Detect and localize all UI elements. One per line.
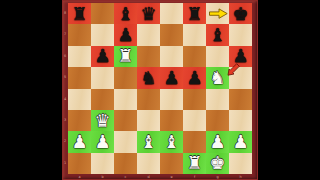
square-h4[interactable] (229, 89, 252, 110)
square-g6[interactable] (206, 46, 229, 67)
square-h2[interactable]: ♟ (229, 131, 252, 152)
piece-black-pawn[interactable]: ♟ (232, 47, 248, 65)
piece-white-king[interactable]: ♚ (209, 154, 225, 172)
square-h5[interactable] (229, 67, 252, 88)
piece-black-rook[interactable]: ♜ (71, 4, 87, 22)
square-e6[interactable] (160, 46, 183, 67)
piece-white-queen[interactable]: ♛ (94, 111, 110, 129)
square-g1[interactable]: ♚ (206, 153, 229, 174)
square-h8[interactable]: ♚ (229, 3, 252, 24)
square-b7[interactable] (91, 24, 114, 45)
piece-black-pawn[interactable]: ♟ (94, 47, 110, 65)
square-d2[interactable]: ♝ (137, 131, 160, 152)
square-b8[interactable] (91, 3, 114, 24)
square-f2[interactable] (183, 131, 206, 152)
square-g7[interactable]: ♝ (206, 24, 229, 45)
square-a2[interactable]: ♟ (68, 131, 91, 152)
square-e1[interactable] (160, 153, 183, 174)
square-c5[interactable] (114, 67, 137, 88)
piece-white-pawn[interactable]: ♟ (71, 132, 87, 150)
square-f8[interactable]: ♜ (183, 3, 206, 24)
square-e4[interactable] (160, 89, 183, 110)
piece-white-pawn[interactable]: ♟ (232, 132, 248, 150)
square-c6[interactable]: ♜ (114, 46, 137, 67)
square-a3[interactable] (68, 110, 91, 131)
square-f7[interactable] (183, 24, 206, 45)
square-e5[interactable]: ♟ (160, 67, 183, 88)
square-b4[interactable] (91, 89, 114, 110)
square-g2[interactable]: ♟ (206, 131, 229, 152)
piece-black-king[interactable]: ♚ (232, 4, 248, 22)
piece-white-bishop[interactable]: ♝ (140, 132, 156, 150)
square-d7[interactable] (137, 24, 160, 45)
square-a6[interactable] (68, 46, 91, 67)
square-d5[interactable]: ♞ (137, 67, 160, 88)
square-d6[interactable] (137, 46, 160, 67)
square-d3[interactable] (137, 110, 160, 131)
piece-white-knight[interactable]: ♞ (209, 68, 225, 86)
square-h1[interactable] (229, 153, 252, 174)
square-e3[interactable] (160, 110, 183, 131)
piece-white-bishop[interactable]: ♝ (163, 132, 179, 150)
square-b3[interactable]: ♛ (91, 110, 114, 131)
piece-black-knight[interactable]: ♞ (140, 68, 156, 86)
square-b5[interactable] (91, 67, 114, 88)
chess-app-screen: ♜♝♛♜♚♟♝♟♜♟♞♟♟♞♛♟♟♝♝♟♟♜♚ 87654321abcdefgh (0, 0, 320, 180)
square-b2[interactable]: ♟ (91, 131, 114, 152)
piece-white-pawn[interactable]: ♟ (209, 132, 225, 150)
piece-black-pawn[interactable]: ♟ (186, 68, 202, 86)
chess-board[interactable]: ♜♝♛♜♚♟♝♟♜♟♞♟♟♞♛♟♟♝♝♟♟♜♚ (68, 3, 252, 174)
square-a7[interactable] (68, 24, 91, 45)
piece-black-pawn[interactable]: ♟ (163, 68, 179, 86)
piece-white-pawn[interactable]: ♟ (94, 132, 110, 150)
square-g8[interactable] (206, 3, 229, 24)
square-g3[interactable] (206, 110, 229, 131)
square-f6[interactable] (183, 46, 206, 67)
piece-black-queen[interactable]: ♛ (140, 4, 156, 22)
square-c3[interactable] (114, 110, 137, 131)
piece-black-pawn[interactable]: ♟ (117, 26, 133, 44)
square-g5[interactable]: ♞ (206, 67, 229, 88)
square-e8[interactable] (160, 3, 183, 24)
square-c7[interactable]: ♟ (114, 24, 137, 45)
square-f4[interactable] (183, 89, 206, 110)
piece-black-rook[interactable]: ♜ (186, 4, 202, 22)
square-g4[interactable] (206, 89, 229, 110)
square-h6[interactable]: ♟ (229, 46, 252, 67)
piece-white-rook[interactable]: ♜ (117, 47, 133, 65)
piece-black-bishop[interactable]: ♝ (117, 4, 133, 22)
square-f3[interactable] (183, 110, 206, 131)
square-b1[interactable] (91, 153, 114, 174)
piece-black-bishop[interactable]: ♝ (209, 26, 225, 44)
square-e2[interactable]: ♝ (160, 131, 183, 152)
square-h7[interactable] (229, 24, 252, 45)
square-d1[interactable] (137, 153, 160, 174)
square-f5[interactable]: ♟ (183, 67, 206, 88)
square-a4[interactable] (68, 89, 91, 110)
square-a8[interactable]: ♜ (68, 3, 91, 24)
square-a5[interactable] (68, 67, 91, 88)
square-c1[interactable] (114, 153, 137, 174)
square-h3[interactable] (229, 110, 252, 131)
square-b6[interactable]: ♟ (91, 46, 114, 67)
square-e7[interactable] (160, 24, 183, 45)
square-a1[interactable] (68, 153, 91, 174)
square-c4[interactable] (114, 89, 137, 110)
square-c2[interactable] (114, 131, 137, 152)
square-f1[interactable]: ♜ (183, 153, 206, 174)
square-d8[interactable]: ♛ (137, 3, 160, 24)
square-d4[interactable] (137, 89, 160, 110)
square-c8[interactable]: ♝ (114, 3, 137, 24)
piece-white-rook[interactable]: ♜ (186, 154, 202, 172)
